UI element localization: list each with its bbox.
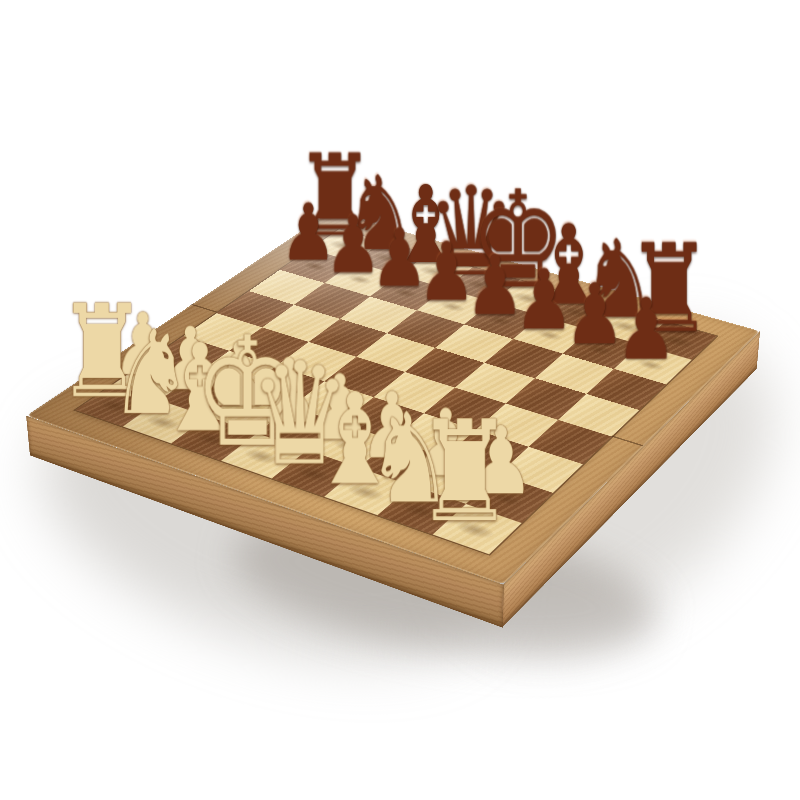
piece-light-rook[interactable]: ♜ (385, 402, 545, 542)
chess-box-set: ♜♞♝♛♚♝♞♜♟♟♟♟♟♟♟♟♟♟♟♟♟♟♟♟♜♞♝♚♛♝♞♜ (27, 211, 760, 584)
square-h1[interactable]: ♜ (433, 504, 522, 554)
product-photo-stage: ♜♞♝♛♚♝♞♜♟♟♟♟♟♟♟♟♟♟♟♟♟♟♟♟♜♞♝♚♛♝♞♜ (0, 0, 800, 800)
piece-dark-pawn[interactable]: ♟ (576, 287, 717, 372)
perspective-scene: ♜♞♝♛♚♝♞♜♟♟♟♟♟♟♟♟♟♟♟♟♟♟♟♟♜♞♝♚♛♝♞♜ (0, 0, 800, 800)
hinge-seam-right (611, 435, 644, 446)
board-frame: ♜♞♝♛♚♝♞♜♟♟♟♟♟♟♟♟♟♟♟♟♟♟♟♟♜♞♝♚♛♝♞♜ (27, 211, 760, 584)
square-h7[interactable]: ♟ (614, 345, 692, 385)
